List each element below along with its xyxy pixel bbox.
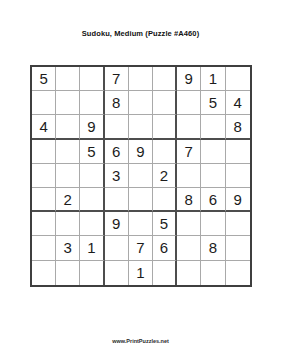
cell-r6c8: 6 [201,188,225,212]
cell-r3c6 [153,115,177,139]
cell-r3c5 [129,115,153,139]
cell-r3c3: 9 [80,115,104,139]
cell-r9c2 [56,261,80,285]
cell-r7c3 [80,212,104,236]
puzzle-title: Sudoku, Medium (Puzzle #A460) [0,29,281,38]
cell-r8c4 [105,236,129,260]
cell-r3c8 [201,115,225,139]
cell-r8c9 [226,236,250,260]
cell-r1c2 [56,67,80,91]
cell-r5c6: 2 [153,164,177,188]
cell-r4c3: 5 [80,140,104,164]
cell-r2c5 [129,91,153,115]
cell-r4c1 [32,140,56,164]
cell-r5c7 [177,164,201,188]
cell-r7c6: 5 [153,212,177,236]
cell-r7c4: 9 [105,212,129,236]
cell-r8c7 [177,236,201,260]
cell-r6c5 [129,188,153,212]
cell-r4c7: 7 [177,140,201,164]
sudoku-board: 5791854498569732286995317681 [30,65,252,287]
cell-r9c4 [105,261,129,285]
cell-r8c1 [32,236,56,260]
cell-r9c3 [80,261,104,285]
cell-r5c1 [32,164,56,188]
cell-r1c8: 1 [201,67,225,91]
cell-r1c5 [129,67,153,91]
cell-r8c5: 7 [129,236,153,260]
cell-r5c4: 3 [105,164,129,188]
footer-url: www.PrintPuzzles.net [0,338,281,344]
cell-r6c4 [105,188,129,212]
cell-r5c8 [201,164,225,188]
cell-r4c6 [153,140,177,164]
cell-r8c2: 3 [56,236,80,260]
cell-r1c9 [226,67,250,91]
cell-r3c1: 4 [32,115,56,139]
puzzle-page: Sudoku, Medium (Puzzle #A460) 5791854498… [0,0,281,363]
cell-r2c4: 8 [105,91,129,115]
cell-r2c3 [80,91,104,115]
cell-r6c9: 9 [226,188,250,212]
cell-r7c8 [201,212,225,236]
cell-r2c7 [177,91,201,115]
cell-r1c3 [80,67,104,91]
cell-r7c7 [177,212,201,236]
cell-r2c8: 5 [201,91,225,115]
cell-r6c2: 2 [56,188,80,212]
cell-r4c5: 9 [129,140,153,164]
cell-r3c4 [105,115,129,139]
cell-r5c9 [226,164,250,188]
cell-r6c6 [153,188,177,212]
cell-r7c9 [226,212,250,236]
cell-r1c4: 7 [105,67,129,91]
cell-r5c3 [80,164,104,188]
cell-r9c1 [32,261,56,285]
cell-r3c7 [177,115,201,139]
cell-r4c8 [201,140,225,164]
cell-r3c9: 8 [226,115,250,139]
cell-r2c6 [153,91,177,115]
cell-r1c7: 9 [177,67,201,91]
cell-r4c9 [226,140,250,164]
cell-r8c6: 6 [153,236,177,260]
cell-r7c1 [32,212,56,236]
cell-r9c5: 1 [129,261,153,285]
cell-r4c2 [56,140,80,164]
cell-r3c2 [56,115,80,139]
cell-r2c9: 4 [226,91,250,115]
cell-r9c7 [177,261,201,285]
cell-r9c6 [153,261,177,285]
cell-r5c5 [129,164,153,188]
cell-r7c2 [56,212,80,236]
cell-r6c1 [32,188,56,212]
cell-r4c4: 6 [105,140,129,164]
cell-r2c2 [56,91,80,115]
cell-r8c3: 1 [80,236,104,260]
cell-r8c8: 8 [201,236,225,260]
cell-r1c6 [153,67,177,91]
cell-r9c9 [226,261,250,285]
cell-r6c7: 8 [177,188,201,212]
cell-r9c8 [201,261,225,285]
cell-r2c1 [32,91,56,115]
cell-r1c1: 5 [32,67,56,91]
cell-r7c5 [129,212,153,236]
cell-r5c2 [56,164,80,188]
cell-r6c3 [80,188,104,212]
